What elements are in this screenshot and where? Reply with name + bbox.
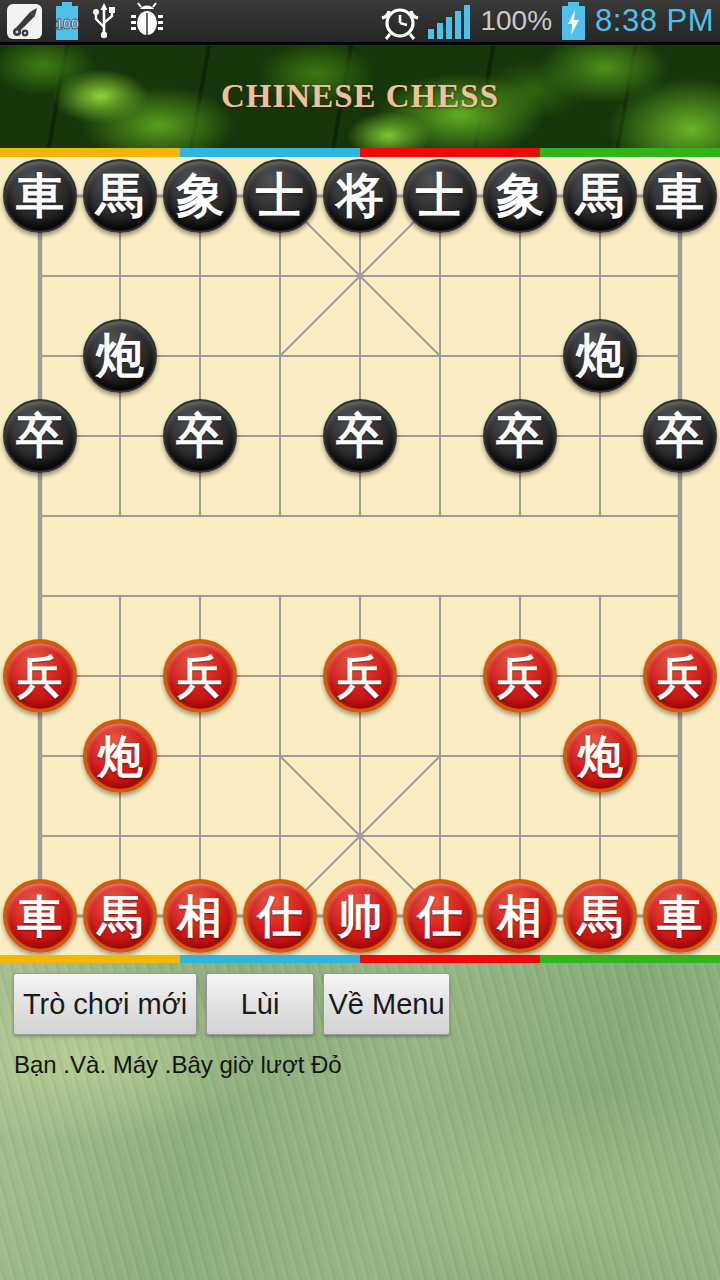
- piece-black-cannon[interactable]: 炮: [563, 319, 637, 393]
- new-game-button[interactable]: Trò chơi mới: [13, 973, 197, 1035]
- piece-black-advisor[interactable]: 士: [403, 159, 477, 233]
- piece-black-elephant[interactable]: 象: [163, 159, 237, 233]
- bottom-color-stripe: [0, 955, 720, 963]
- xiangqi-board[interactable]: 車馬象士将士象馬車炮炮卒卒卒卒卒兵兵兵兵兵炮炮車馬相仕帅仕相馬車: [0, 157, 720, 955]
- stripe-segment-0: [0, 955, 180, 963]
- stripe-segment-0: [0, 148, 180, 157]
- piece-black-advisor[interactable]: 士: [243, 159, 317, 233]
- piece-red-cannon[interactable]: 炮: [563, 719, 637, 793]
- piece-red-soldier[interactable]: 兵: [163, 639, 237, 713]
- status-bar: 100: [0, 0, 720, 45]
- piece-black-soldier[interactable]: 卒: [163, 399, 237, 473]
- piece-black-soldier[interactable]: 卒: [3, 399, 77, 473]
- stripe-segment-1: [180, 148, 360, 157]
- piece-red-advisor[interactable]: 仕: [403, 879, 477, 953]
- clock-time-label: 8:38 PM: [595, 3, 714, 39]
- bottom-panel: Trò chơi mới Lùi Về Menu Bạn .Và. Máy .B…: [0, 963, 720, 1280]
- piece-black-horse[interactable]: 馬: [83, 159, 157, 233]
- piece-red-soldier[interactable]: 兵: [323, 639, 397, 713]
- back-to-menu-button[interactable]: Về Menu: [323, 973, 450, 1035]
- piece-black-cannon[interactable]: 炮: [83, 319, 157, 393]
- piece-black-soldier[interactable]: 卒: [483, 399, 557, 473]
- svg-text:100: 100: [55, 16, 79, 32]
- app-cannon-icon: [6, 3, 43, 40]
- alarm-clock-icon: [380, 0, 420, 42]
- piece-black-elephant[interactable]: 象: [483, 159, 557, 233]
- stripe-segment-3: [540, 955, 720, 963]
- stripe-segment-1: [180, 955, 360, 963]
- screen: 100: [0, 0, 720, 1280]
- button-row: Trò chơi mới Lùi Về Menu: [13, 973, 450, 1035]
- piece-black-chariot[interactable]: 車: [3, 159, 77, 233]
- piece-red-elephant[interactable]: 相: [483, 879, 557, 953]
- board-grid: [0, 157, 720, 955]
- piece-black-chariot[interactable]: 車: [643, 159, 717, 233]
- piece-red-horse[interactable]: 馬: [563, 879, 637, 953]
- battery-percent-label: 100%: [480, 5, 552, 37]
- piece-red-advisor[interactable]: 仕: [243, 879, 317, 953]
- stripe-segment-3: [540, 148, 720, 157]
- turn-status-text: Bạn .Và. Máy .Bây giờ lượt Đỏ: [14, 1051, 342, 1079]
- stripe-segment-2: [360, 148, 540, 157]
- status-bar-right: 100% 8:38 PM: [380, 0, 714, 42]
- page-title: CHINESE CHESS: [221, 78, 499, 115]
- stripe-segment-2: [360, 955, 540, 963]
- piece-black-soldier[interactable]: 卒: [643, 399, 717, 473]
- title-banner: CHINESE CHESS: [0, 45, 720, 148]
- battery-charging-icon: [560, 1, 587, 41]
- piece-black-horse[interactable]: 馬: [563, 159, 637, 233]
- battery-level-badge: 100: [53, 1, 81, 41]
- piece-black-soldier[interactable]: 卒: [323, 399, 397, 473]
- piece-red-horse[interactable]: 馬: [83, 879, 157, 953]
- signal-bars-icon: [428, 3, 472, 39]
- piece-red-elephant[interactable]: 相: [163, 879, 237, 953]
- undo-button[interactable]: Lùi: [206, 973, 314, 1035]
- piece-red-general[interactable]: 帅: [323, 879, 397, 953]
- piece-red-soldier[interactable]: 兵: [3, 639, 77, 713]
- debug-bug-icon: [127, 1, 167, 41]
- usb-icon: [91, 1, 117, 41]
- piece-red-cannon[interactable]: 炮: [83, 719, 157, 793]
- top-color-stripe: [0, 148, 720, 157]
- piece-red-soldier[interactable]: 兵: [483, 639, 557, 713]
- piece-red-chariot[interactable]: 車: [643, 879, 717, 953]
- piece-black-general[interactable]: 将: [323, 159, 397, 233]
- status-bar-left: 100: [6, 1, 167, 41]
- piece-red-soldier[interactable]: 兵: [643, 639, 717, 713]
- piece-red-chariot[interactable]: 車: [3, 879, 77, 953]
